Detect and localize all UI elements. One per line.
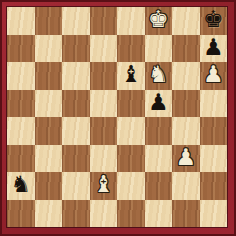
square-a5[interactable] (7, 90, 35, 118)
square-a2[interactable]: ♞ (7, 172, 35, 200)
square-d4[interactable] (90, 117, 118, 145)
square-d2[interactable]: ♝ (90, 172, 118, 200)
square-d7[interactable] (90, 35, 118, 63)
square-f6[interactable]: ♞ (145, 62, 173, 90)
black-knight-a2: ♞ (10, 173, 31, 196)
square-d6[interactable] (90, 62, 118, 90)
square-h8[interactable]: ♚ (200, 7, 228, 35)
board-frame: ♚♚♟♝♞♟♟♟♞♝ (0, 0, 236, 236)
square-f1[interactable] (145, 200, 173, 228)
square-b1[interactable] (35, 200, 63, 228)
square-e7[interactable] (117, 35, 145, 63)
square-c3[interactable] (62, 145, 90, 173)
chess-board: ♚♚♟♝♞♟♟♟♞♝ (7, 7, 227, 227)
square-d8[interactable] (90, 7, 118, 35)
square-e8[interactable] (117, 7, 145, 35)
white-knight-f6: ♞ (148, 63, 169, 86)
square-c7[interactable] (62, 35, 90, 63)
square-h2[interactable] (200, 172, 228, 200)
square-f2[interactable] (145, 172, 173, 200)
square-c4[interactable] (62, 117, 90, 145)
square-e3[interactable] (117, 145, 145, 173)
square-f3[interactable] (145, 145, 173, 173)
square-e1[interactable] (117, 200, 145, 228)
white-king-f8: ♚ (148, 8, 169, 31)
square-a3[interactable] (7, 145, 35, 173)
square-g4[interactable] (172, 117, 200, 145)
square-a7[interactable] (7, 35, 35, 63)
square-d3[interactable] (90, 145, 118, 173)
square-f8[interactable]: ♚ (145, 7, 173, 35)
square-a6[interactable] (7, 62, 35, 90)
square-c5[interactable] (62, 90, 90, 118)
square-f7[interactable] (145, 35, 173, 63)
square-d1[interactable] (90, 200, 118, 228)
square-f4[interactable] (145, 117, 173, 145)
white-pawn-g3: ♟ (175, 146, 196, 169)
square-e4[interactable] (117, 117, 145, 145)
square-b2[interactable] (35, 172, 63, 200)
square-g2[interactable] (172, 172, 200, 200)
square-f5[interactable]: ♟ (145, 90, 173, 118)
square-b8[interactable] (35, 7, 63, 35)
square-b3[interactable] (35, 145, 63, 173)
square-a8[interactable] (7, 7, 35, 35)
black-pawn-f5: ♟ (148, 91, 169, 114)
black-pawn-h7: ♟ (203, 36, 224, 59)
square-a4[interactable] (7, 117, 35, 145)
square-c8[interactable] (62, 7, 90, 35)
black-bishop-e6: ♝ (120, 63, 141, 86)
square-e5[interactable] (117, 90, 145, 118)
square-h4[interactable] (200, 117, 228, 145)
square-g6[interactable] (172, 62, 200, 90)
square-d5[interactable] (90, 90, 118, 118)
square-b7[interactable] (35, 35, 63, 63)
square-g8[interactable] (172, 7, 200, 35)
white-bishop-d2: ♝ (93, 173, 114, 196)
square-c1[interactable] (62, 200, 90, 228)
square-g3[interactable]: ♟ (172, 145, 200, 173)
black-king-h8: ♚ (203, 8, 224, 31)
square-h1[interactable] (200, 200, 228, 228)
square-a1[interactable] (7, 200, 35, 228)
white-pawn-h6: ♟ (203, 63, 224, 86)
square-b6[interactable] (35, 62, 63, 90)
square-h6[interactable]: ♟ (200, 62, 228, 90)
square-c6[interactable] (62, 62, 90, 90)
square-h3[interactable] (200, 145, 228, 173)
square-g7[interactable] (172, 35, 200, 63)
square-b5[interactable] (35, 90, 63, 118)
square-e2[interactable] (117, 172, 145, 200)
square-e6[interactable]: ♝ (117, 62, 145, 90)
square-g5[interactable] (172, 90, 200, 118)
square-b4[interactable] (35, 117, 63, 145)
square-c2[interactable] (62, 172, 90, 200)
square-g1[interactable] (172, 200, 200, 228)
square-h5[interactable] (200, 90, 228, 118)
square-h7[interactable]: ♟ (200, 35, 228, 63)
